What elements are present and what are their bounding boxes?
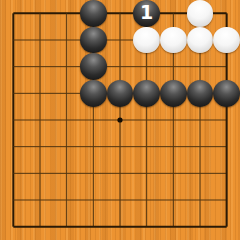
black-stone — [160, 80, 187, 107]
white-stone — [160, 27, 187, 54]
black-stone — [107, 80, 134, 107]
black-stone — [80, 0, 107, 27]
white-stone — [187, 0, 214, 27]
black-stone: 1 — [133, 0, 160, 27]
black-stone — [187, 80, 214, 107]
stones-layer: 1 — [0, 0, 240, 240]
black-stone — [213, 80, 240, 107]
black-stone — [133, 80, 160, 107]
white-stone — [187, 27, 214, 54]
white-stone — [213, 27, 240, 54]
black-stone — [80, 53, 107, 80]
white-stone — [133, 27, 160, 54]
black-stone — [80, 27, 107, 54]
move-number-label: 1 — [140, 3, 153, 22]
go-board[interactable]: 1 — [0, 0, 240, 240]
black-stone — [80, 80, 107, 107]
